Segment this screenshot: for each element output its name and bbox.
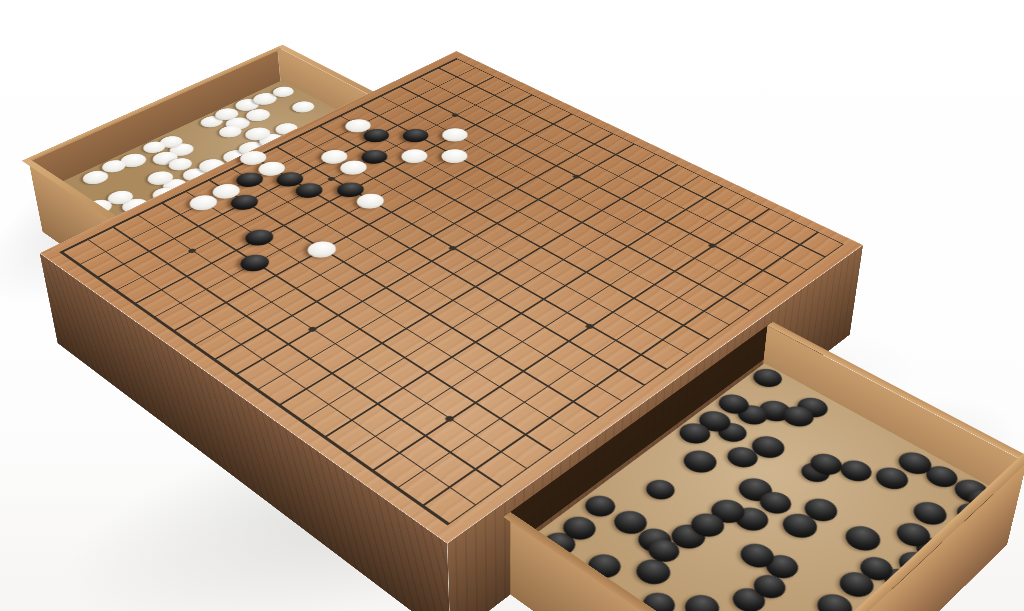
product-photo-stage	[0, 0, 1024, 611]
star-point	[708, 243, 718, 249]
star-point	[326, 176, 336, 181]
tray-stone-white	[288, 99, 318, 114]
tray-stone-black	[839, 521, 887, 555]
star-point	[186, 248, 196, 254]
star-point	[307, 326, 318, 333]
star-point	[451, 113, 460, 118]
go-board-box	[58, 133, 850, 611]
tray-stone-black	[835, 457, 877, 485]
white-stone	[396, 147, 433, 166]
black-stone	[397, 126, 433, 145]
tray-stone-black	[640, 476, 681, 504]
perspective-camera	[0, 0, 1024, 611]
star-point	[444, 415, 456, 423]
black-stone	[240, 227, 279, 249]
white-stone	[436, 146, 473, 165]
star-point	[448, 245, 458, 251]
black-stone	[235, 251, 275, 274]
star-point	[572, 174, 582, 179]
tray-stone-black	[678, 590, 726, 611]
star-point	[585, 323, 596, 330]
white-stone	[437, 126, 473, 145]
tray-stone-black	[678, 447, 723, 477]
white-stone	[302, 238, 342, 261]
